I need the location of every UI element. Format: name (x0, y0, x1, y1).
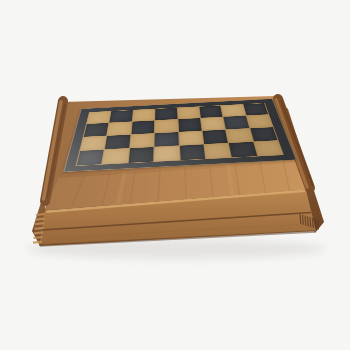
board-square-light (246, 115, 272, 128)
board-square-dark (243, 103, 268, 115)
board-square-dark (77, 150, 104, 166)
board-square-light (155, 119, 178, 132)
board-square-dark (128, 147, 153, 163)
board-square-dark (155, 108, 177, 120)
wooden-box-illustration (0, 0, 350, 350)
board-square-dark (179, 144, 205, 160)
board-square-light (130, 133, 154, 148)
board-square-dark (131, 121, 154, 134)
board-square-dark (105, 135, 130, 150)
board-square-dark (199, 106, 222, 118)
board-square-light (154, 146, 179, 162)
board-square-light (179, 131, 204, 145)
board-square-light (177, 107, 200, 119)
board-square-dark (229, 142, 257, 158)
board-square-dark (155, 132, 179, 146)
board-square-light (201, 117, 225, 130)
board-square-dark (84, 123, 109, 137)
board-square-light (80, 136, 106, 151)
board-square-light (132, 109, 154, 121)
board-square-light (204, 143, 231, 159)
board-square-dark (250, 127, 278, 141)
board-square-light (226, 128, 253, 142)
checkerboard (63, 99, 297, 172)
board-frame (63, 99, 297, 172)
board-square-light (107, 122, 131, 135)
board-square-dark (178, 118, 201, 131)
board-square-light (254, 141, 283, 157)
board-square-dark (224, 116, 249, 129)
board-square-light (221, 104, 245, 116)
game-box-photo (0, 0, 350, 350)
board-square-light (103, 148, 129, 164)
checkerboard-grid (76, 103, 284, 166)
board-square-light (87, 111, 111, 124)
board-square-dark (202, 130, 228, 144)
board-square-dark (110, 110, 133, 122)
